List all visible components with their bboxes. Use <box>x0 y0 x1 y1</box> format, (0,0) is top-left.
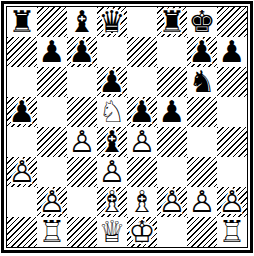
piece-halo: ♟ <box>157 97 187 127</box>
piece-halo: ♟ <box>67 127 97 157</box>
piece-bR[interactable]: ♜ <box>7 7 37 37</box>
piece-halo: ♜ <box>7 7 37 37</box>
square-e3[interactable] <box>127 157 157 187</box>
square-c3[interactable] <box>67 157 97 187</box>
piece-wP[interactable]: ♙ <box>187 187 217 217</box>
square-h2[interactable]: ♟♙ <box>217 187 247 217</box>
square-a7[interactable] <box>7 37 37 67</box>
square-d6[interactable]: ♟♟ <box>97 67 127 97</box>
piece-bP[interactable]: ♟ <box>127 97 157 127</box>
piece-bP[interactable]: ♟ <box>37 37 67 67</box>
square-f2[interactable]: ♟♙ <box>157 187 187 217</box>
piece-wP[interactable]: ♙ <box>157 187 187 217</box>
square-a2[interactable] <box>7 187 37 217</box>
square-e8[interactable] <box>127 7 157 37</box>
square-c6[interactable] <box>67 67 97 97</box>
square-d3[interactable]: ♟♙ <box>97 157 127 187</box>
square-d7[interactable] <box>97 37 127 67</box>
square-c1[interactable] <box>67 217 97 247</box>
piece-bB[interactable]: ♝ <box>67 7 97 37</box>
square-b2[interactable]: ♟♙ <box>37 187 67 217</box>
piece-halo: ♚ <box>127 217 157 247</box>
square-h7[interactable]: ♟♟ <box>217 37 247 67</box>
square-d5[interactable]: ♞♘ <box>97 97 127 127</box>
piece-halo: ♟ <box>7 157 37 187</box>
square-d8[interactable]: ♛♛ <box>97 7 127 37</box>
square-g3[interactable] <box>187 157 217 187</box>
square-b8[interactable] <box>37 7 67 37</box>
square-h5[interactable] <box>217 97 247 127</box>
piece-bB[interactable]: ♝ <box>97 127 127 157</box>
piece-halo: ♝ <box>97 127 127 157</box>
piece-bP[interactable]: ♟ <box>217 37 247 67</box>
square-c7[interactable]: ♟♟ <box>67 37 97 67</box>
square-g6[interactable]: ♞♞ <box>187 67 217 97</box>
piece-wR[interactable]: ♖ <box>217 217 247 247</box>
piece-bP[interactable]: ♟ <box>187 37 217 67</box>
piece-wP[interactable]: ♙ <box>217 187 247 217</box>
piece-halo: ♟ <box>97 157 127 187</box>
piece-halo: ♜ <box>157 7 187 37</box>
piece-bQ[interactable]: ♛ <box>97 7 127 37</box>
square-c5[interactable] <box>67 97 97 127</box>
square-c2[interactable] <box>67 187 97 217</box>
chess-board: ♜♜♝♝♛♛♜♜♚♚♟♟♟♟♟♟♟♟♟♟♞♞♟♟♞♘♟♟♟♟♟♙♝♝♟♙♟♙♟♙… <box>6 6 248 248</box>
piece-bP[interactable]: ♟ <box>157 97 187 127</box>
square-g4[interactable] <box>187 127 217 157</box>
square-a4[interactable] <box>7 127 37 157</box>
piece-halo: ♟ <box>97 67 127 97</box>
piece-halo: ♟ <box>7 97 37 127</box>
chess-board-frame: ♜♜♝♝♛♛♜♜♚♚♟♟♟♟♟♟♟♟♟♟♞♞♟♟♞♘♟♟♟♟♟♙♝♝♟♙♟♙♟♙… <box>1 1 253 253</box>
piece-wP[interactable]: ♙ <box>67 127 97 157</box>
square-a8[interactable]: ♜♜ <box>7 7 37 37</box>
piece-halo: ♞ <box>97 97 127 127</box>
piece-halo: ♜ <box>217 217 247 247</box>
square-g5[interactable] <box>187 97 217 127</box>
piece-halo: ♟ <box>127 127 157 157</box>
piece-bP[interactable]: ♟ <box>97 67 127 97</box>
piece-wK[interactable]: ♔ <box>127 217 157 247</box>
square-b1[interactable]: ♜♖ <box>37 217 67 247</box>
square-e6[interactable] <box>127 67 157 97</box>
piece-halo: ♛ <box>97 7 127 37</box>
square-b7[interactable]: ♟♟ <box>37 37 67 67</box>
piece-halo: ♝ <box>67 7 97 37</box>
piece-bP[interactable]: ♟ <box>67 37 97 67</box>
square-h4[interactable] <box>217 127 247 157</box>
piece-halo: ♟ <box>37 37 67 67</box>
square-h6[interactable] <box>217 67 247 97</box>
square-h8[interactable] <box>217 7 247 37</box>
piece-halo: ♟ <box>157 187 187 217</box>
square-g1[interactable] <box>187 217 217 247</box>
square-c4[interactable]: ♟♙ <box>67 127 97 157</box>
square-f4[interactable] <box>157 127 187 157</box>
square-f7[interactable] <box>157 37 187 67</box>
square-g7[interactable]: ♟♟ <box>187 37 217 67</box>
square-f3[interactable] <box>157 157 187 187</box>
square-g8[interactable]: ♚♚ <box>187 7 217 37</box>
square-f8[interactable]: ♜♜ <box>157 7 187 37</box>
piece-halo: ♚ <box>187 7 217 37</box>
piece-halo: ♛ <box>97 217 127 247</box>
square-a5[interactable]: ♟♟ <box>7 97 37 127</box>
piece-halo: ♟ <box>37 187 67 217</box>
piece-wP[interactable]: ♙ <box>37 187 67 217</box>
square-a6[interactable] <box>7 67 37 97</box>
piece-halo: ♞ <box>187 67 217 97</box>
piece-halo: ♟ <box>67 37 97 67</box>
square-e1[interactable]: ♚♔ <box>127 217 157 247</box>
square-e2[interactable]: ♝♗ <box>127 187 157 217</box>
piece-halo: ♜ <box>37 217 67 247</box>
piece-wR[interactable]: ♖ <box>37 217 67 247</box>
piece-halo: ♝ <box>97 187 127 217</box>
piece-wB[interactable]: ♗ <box>127 187 157 217</box>
square-a1[interactable] <box>7 217 37 247</box>
square-f1[interactable] <box>157 217 187 247</box>
square-b5[interactable] <box>37 97 67 127</box>
square-b3[interactable] <box>37 157 67 187</box>
piece-halo: ♟ <box>217 187 247 217</box>
square-h1[interactable]: ♜♖ <box>217 217 247 247</box>
square-e5[interactable]: ♟♟ <box>127 97 157 127</box>
square-d2[interactable]: ♝♗ <box>97 187 127 217</box>
square-b4[interactable] <box>37 127 67 157</box>
piece-bR[interactable]: ♜ <box>157 7 187 37</box>
piece-wB[interactable]: ♗ <box>97 187 127 217</box>
piece-halo: ♟ <box>187 37 217 67</box>
square-f5[interactable]: ♟♟ <box>157 97 187 127</box>
piece-wP[interactable]: ♙ <box>97 157 127 187</box>
square-d4[interactable]: ♝♝ <box>97 127 127 157</box>
piece-wP[interactable]: ♙ <box>127 127 157 157</box>
square-f6[interactable] <box>157 67 187 97</box>
piece-bP[interactable]: ♟ <box>7 97 37 127</box>
piece-halo: ♟ <box>217 37 247 67</box>
piece-halo: ♟ <box>187 187 217 217</box>
square-a3[interactable]: ♟♙ <box>7 157 37 187</box>
piece-halo: ♝ <box>127 187 157 217</box>
piece-wQ[interactable]: ♕ <box>97 217 127 247</box>
square-e4[interactable]: ♟♙ <box>127 127 157 157</box>
piece-halo: ♟ <box>127 97 157 127</box>
square-b6[interactable] <box>37 67 67 97</box>
piece-bN[interactable]: ♞ <box>187 67 217 97</box>
square-h3[interactable] <box>217 157 247 187</box>
square-e7[interactable] <box>127 37 157 67</box>
square-d1[interactable]: ♛♕ <box>97 217 127 247</box>
square-c8[interactable]: ♝♝ <box>67 7 97 37</box>
square-g2[interactable]: ♟♙ <box>187 187 217 217</box>
piece-wN[interactable]: ♘ <box>97 97 127 127</box>
piece-wP[interactable]: ♙ <box>7 157 37 187</box>
piece-bK[interactable]: ♚ <box>187 7 217 37</box>
